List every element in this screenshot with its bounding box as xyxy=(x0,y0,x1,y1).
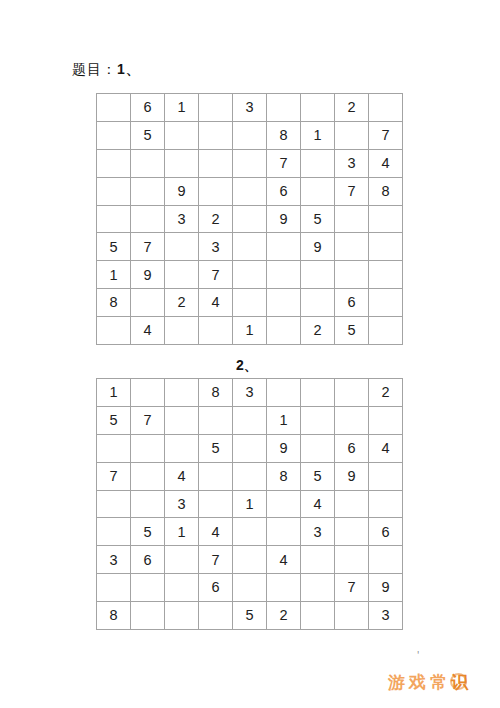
sudoku-cell-r8c3 xyxy=(165,574,198,601)
sudoku-cell-r9c4 xyxy=(199,317,232,344)
sudoku-cell-r5c3: 3 xyxy=(165,206,198,233)
title-prefix: 题目： xyxy=(72,61,117,77)
sudoku-cell-r3c2 xyxy=(131,435,164,462)
sudoku-cell-r9c9: 3 xyxy=(369,602,402,629)
sudoku-cell-r1c4: 8 xyxy=(199,379,232,406)
sudoku-cell-r7c3 xyxy=(165,546,198,573)
sudoku-cell-r5c8 xyxy=(335,491,368,518)
sudoku-cell-r7c8 xyxy=(335,261,368,288)
sudoku-cell-r7c4: 7 xyxy=(199,546,232,573)
puzzle2-label: 2、 xyxy=(236,357,258,375)
sudoku-cell-r8c8: 7 xyxy=(335,574,368,601)
sudoku-cell-r9c6: 2 xyxy=(267,602,300,629)
sudoku-cell-r7c5 xyxy=(233,261,266,288)
sudoku-cell-r6c1: 5 xyxy=(97,233,130,260)
sudoku-cell-r2c6: 1 xyxy=(267,407,300,434)
sudoku-cell-r2c7 xyxy=(301,407,334,434)
sudoku-cell-r6c7: 3 xyxy=(301,518,334,545)
sudoku-cell-r8c5 xyxy=(233,289,266,316)
sudoku-cell-r4c2 xyxy=(131,463,164,490)
sudoku-cell-r9c6 xyxy=(267,317,300,344)
sudoku-cell-r8c2 xyxy=(131,289,164,316)
sudoku-cell-r1c5: 3 xyxy=(233,94,266,121)
sudoku-cell-r4c4 xyxy=(199,178,232,205)
sudoku-cell-r8c5 xyxy=(233,574,266,601)
sudoku-cell-r6c9 xyxy=(369,233,402,260)
sudoku-cell-r5c1 xyxy=(97,491,130,518)
sudoku-cell-r7c4: 7 xyxy=(199,261,232,288)
sudoku-cell-r7c2: 9 xyxy=(131,261,164,288)
sudoku-cell-r1c4 xyxy=(199,94,232,121)
sudoku-cell-r8c1: 8 xyxy=(97,289,130,316)
sudoku-cell-r1c6 xyxy=(267,379,300,406)
sudoku-cell-r9c3 xyxy=(165,317,198,344)
sudoku-cell-r2c4 xyxy=(199,122,232,149)
sudoku-cell-r5c2 xyxy=(131,491,164,518)
sudoku-cell-r3c3 xyxy=(165,150,198,177)
sudoku-cell-r4c9: 8 xyxy=(369,178,402,205)
sudoku-cell-r5c3: 3 xyxy=(165,491,198,518)
sudoku-cell-r7c1: 1 xyxy=(97,261,130,288)
sudoku-cell-r1c1: 1 xyxy=(97,379,130,406)
sudoku-cell-r2c5 xyxy=(233,122,266,149)
sudoku-cell-r4c1: 7 xyxy=(97,463,130,490)
sudoku-cell-r9c5: 5 xyxy=(233,602,266,629)
sudoku-cell-r9c4 xyxy=(199,602,232,629)
watermark: 游戏常识 xyxy=(388,671,472,694)
sudoku-cell-r6c4: 3 xyxy=(199,233,232,260)
sudoku-cell-r3c8: 6 xyxy=(335,435,368,462)
sudoku-cell-r3c4 xyxy=(199,150,232,177)
watermark-text: 游戏常 xyxy=(388,673,451,692)
sudoku-cell-r8c1 xyxy=(97,574,130,601)
sudoku-cell-r3c5 xyxy=(233,435,266,462)
sudoku-cell-r2c3 xyxy=(165,122,198,149)
sudoku-cell-r4c8: 9 xyxy=(335,463,368,490)
sudoku-cell-r2c2: 7 xyxy=(131,407,164,434)
sudoku-cell-r6c8 xyxy=(335,518,368,545)
sudoku-cell-r8c9: 9 xyxy=(369,574,402,601)
sudoku-cell-r4c6: 8 xyxy=(267,463,300,490)
sudoku-cell-r3c3 xyxy=(165,435,198,462)
sudoku-cell-r7c5 xyxy=(233,546,266,573)
sudoku-cell-r7c8 xyxy=(335,546,368,573)
sudoku-cell-r1c3: 1 xyxy=(165,94,198,121)
sudoku-cell-r1c8: 2 xyxy=(335,94,368,121)
sudoku-cell-r1c2 xyxy=(131,379,164,406)
sudoku-cell-r3c8: 3 xyxy=(335,150,368,177)
sudoku-cell-r9c2 xyxy=(131,602,164,629)
page-title: 题目：1、 xyxy=(72,61,141,79)
sudoku-cell-r6c5 xyxy=(233,233,266,260)
sudoku-grid-2: 18325715964748593145143636746798523 xyxy=(96,378,403,630)
sudoku-cell-r5c7: 5 xyxy=(301,206,334,233)
sudoku-cell-r9c2: 4 xyxy=(131,317,164,344)
sudoku-cell-r1c3 xyxy=(165,379,198,406)
sudoku-cell-r9c1 xyxy=(97,317,130,344)
sudoku-cell-r6c5 xyxy=(233,518,266,545)
sudoku-cell-r5c9 xyxy=(369,206,402,233)
sudoku-cell-r2c9: 7 xyxy=(369,122,402,149)
sudoku-cell-r9c3 xyxy=(165,602,198,629)
sudoku-cell-r1c8 xyxy=(335,379,368,406)
sudoku-cell-r8c7 xyxy=(301,289,334,316)
sudoku-cell-r3c2 xyxy=(131,150,164,177)
sudoku-cell-r2c8 xyxy=(335,407,368,434)
sudoku-cell-r3c1 xyxy=(97,435,130,462)
sudoku-cell-r5c1 xyxy=(97,206,130,233)
sudoku-cell-r8c6 xyxy=(267,574,300,601)
sudoku-cell-r2c6: 8 xyxy=(267,122,300,149)
sudoku-cell-r7c6 xyxy=(267,261,300,288)
sudoku-cell-r2c1: 5 xyxy=(97,407,130,434)
sudoku-cell-r1c1 xyxy=(97,94,130,121)
puzzle1-label: 1、 xyxy=(117,61,141,77)
sudoku-cell-r5c6 xyxy=(267,491,300,518)
sudoku-cell-r4c5 xyxy=(233,463,266,490)
sudoku-cell-r8c4: 4 xyxy=(199,289,232,316)
sudoku-cell-r2c5 xyxy=(233,407,266,434)
sudoku-cell-r5c8 xyxy=(335,206,368,233)
sudoku-cell-r3c5 xyxy=(233,150,266,177)
sudoku-cell-r4c8: 7 xyxy=(335,178,368,205)
sudoku-cell-r7c7 xyxy=(301,261,334,288)
sudoku-cell-r8c4: 6 xyxy=(199,574,232,601)
sudoku-cell-r4c4 xyxy=(199,463,232,490)
sudoku-cell-r5c2 xyxy=(131,206,164,233)
sudoku-cell-r6c6 xyxy=(267,233,300,260)
sudoku-cell-r5c4: 2 xyxy=(199,206,232,233)
sudoku-cell-r3c1 xyxy=(97,150,130,177)
sudoku-cell-r7c2: 6 xyxy=(131,546,164,573)
sudoku-cell-r4c6: 6 xyxy=(267,178,300,205)
sudoku-cell-r9c9 xyxy=(369,317,402,344)
sudoku-cell-r7c9 xyxy=(369,261,402,288)
sudoku-cell-r4c5 xyxy=(233,178,266,205)
sudoku-cell-r9c7: 2 xyxy=(301,317,334,344)
sudoku-cell-r2c8 xyxy=(335,122,368,149)
sudoku-cell-r5c6: 9 xyxy=(267,206,300,233)
sudoku-cell-r1c9 xyxy=(369,94,402,121)
sudoku-cell-r1c7 xyxy=(301,379,334,406)
sudoku-cell-r7c9 xyxy=(369,546,402,573)
sudoku-cell-r4c7: 5 xyxy=(301,463,334,490)
sudoku-cell-r5c7: 4 xyxy=(301,491,334,518)
sudoku-cell-r1c5: 3 xyxy=(233,379,266,406)
sudoku-cell-r3c9: 4 xyxy=(369,150,402,177)
sudoku-cell-r2c9 xyxy=(369,407,402,434)
sudoku-cell-r9c7 xyxy=(301,602,334,629)
sudoku-cell-r9c1: 8 xyxy=(97,602,130,629)
sudoku-cell-r3c9: 4 xyxy=(369,435,402,462)
sudoku-cell-r9c8 xyxy=(335,602,368,629)
sudoku-cell-r2c4 xyxy=(199,407,232,434)
sudoku-cell-r3c7 xyxy=(301,150,334,177)
sudoku-cell-r5c9 xyxy=(369,491,402,518)
sudoku-cell-r7c3 xyxy=(165,261,198,288)
sudoku-cell-r7c1: 3 xyxy=(97,546,130,573)
page-mark: ' xyxy=(417,649,419,663)
sudoku-cell-r8c6 xyxy=(267,289,300,316)
sudoku-cell-r8c8: 6 xyxy=(335,289,368,316)
sudoku-cell-r8c2 xyxy=(131,574,164,601)
sudoku-cell-r1c7 xyxy=(301,94,334,121)
sudoku-cell-r9c8: 5 xyxy=(335,317,368,344)
sudoku-cell-r6c1 xyxy=(97,518,130,545)
sudoku-cell-r8c9 xyxy=(369,289,402,316)
sudoku-cell-r3c7 xyxy=(301,435,334,462)
sudoku-cell-r3c6: 9 xyxy=(267,435,300,462)
sudoku-cell-r4c7 xyxy=(301,178,334,205)
sudoku-cell-r5c4 xyxy=(199,491,232,518)
sudoku-cell-r8c7 xyxy=(301,574,334,601)
sudoku-cell-r6c3 xyxy=(165,233,198,260)
sudoku-cell-r1c2: 6 xyxy=(131,94,164,121)
sudoku-cell-r8c3: 2 xyxy=(165,289,198,316)
sudoku-cell-r6c3: 1 xyxy=(165,518,198,545)
sudoku-cell-r6c2: 5 xyxy=(131,518,164,545)
sudoku-cell-r3c4: 5 xyxy=(199,435,232,462)
sudoku-cell-r4c9 xyxy=(369,463,402,490)
sudoku-cell-r1c9: 2 xyxy=(369,379,402,406)
sudoku-cell-r6c6 xyxy=(267,518,300,545)
sudoku-grid-1: 6132581773496783295573919782464125 xyxy=(96,93,403,345)
sudoku-cell-r4c3: 4 xyxy=(165,463,198,490)
sudoku-cell-r6c2: 7 xyxy=(131,233,164,260)
sudoku-cell-r2c1 xyxy=(97,122,130,149)
sudoku-cell-r3c6: 7 xyxy=(267,150,300,177)
sudoku-cell-r4c3: 9 xyxy=(165,178,198,205)
sudoku-cell-r5c5 xyxy=(233,206,266,233)
sudoku-cell-r6c8 xyxy=(335,233,368,260)
sudoku-cell-r4c1 xyxy=(97,178,130,205)
sudoku-cell-r1c6 xyxy=(267,94,300,121)
sudoku-cell-r7c7 xyxy=(301,546,334,573)
sudoku-cell-r2c7: 1 xyxy=(301,122,334,149)
sudoku-cell-r6c4: 4 xyxy=(199,518,232,545)
sudoku-cell-r2c3 xyxy=(165,407,198,434)
sudoku-cell-r9c5: 1 xyxy=(233,317,266,344)
watermark-logo-badge: 识 xyxy=(451,673,472,692)
sudoku-cell-r7c6: 4 xyxy=(267,546,300,573)
sudoku-cell-r5c5: 1 xyxy=(233,491,266,518)
sudoku-cell-r2c2: 5 xyxy=(131,122,164,149)
sudoku-cell-r6c7: 9 xyxy=(301,233,334,260)
sudoku-cell-r6c9: 6 xyxy=(369,518,402,545)
sudoku-cell-r4c2 xyxy=(131,178,164,205)
